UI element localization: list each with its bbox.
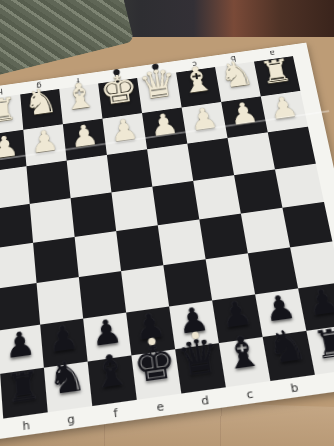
square-e8: ♚	[131, 349, 181, 400]
square-a4	[275, 164, 324, 208]
square-g3	[26, 161, 70, 204]
square-e3	[107, 149, 152, 192]
white-bishop: ♝	[175, 60, 220, 100]
square-g4	[30, 198, 75, 243]
white-pawn: ♟	[102, 109, 147, 151]
square-h8: ♜	[0, 368, 48, 419]
square-b5	[241, 208, 290, 254]
square-f3	[67, 155, 112, 198]
square-c8: ♝	[219, 337, 271, 387]
board-border: hgfedcba 12345678 ♜♞♝♚♛♝♞♜♟♟♟♟♟♟♟♟♟♟♟♟♟♟…	[0, 43, 334, 441]
white-knight: ♞	[20, 82, 62, 123]
scene: hgfedcba 12345678 ♜♞♝♚♛♝♞♜♟♟♟♟♟♟♟♟♟♟♟♟♟♟…	[0, 0, 334, 446]
white-pawn: ♟	[0, 126, 26, 168]
square-c5	[199, 214, 248, 260]
square-f4	[71, 192, 117, 237]
square-a5	[282, 202, 332, 247]
square-h5	[0, 243, 37, 289]
square-b3	[228, 132, 275, 175]
square-e2: ♟	[102, 113, 147, 155]
square-e4	[111, 187, 157, 231]
white-queen: ♛	[136, 64, 180, 104]
white-pawn: ♟	[260, 87, 307, 128]
black-knight: ♞	[43, 352, 91, 402]
board-grid: ♜♞♝♚♛♝♞♜♟♟♟♟♟♟♟♟♟♟♟♟♟♟♟♟♜♞♝♚♛♝♞♜	[0, 56, 334, 418]
square-h3	[0, 166, 30, 209]
square-d8: ♛	[175, 343, 226, 393]
square-d3	[147, 144, 193, 187]
white-pawn: ♟	[141, 103, 186, 145]
white-king: ♚	[97, 69, 141, 109]
square-c4	[193, 175, 241, 219]
square-d5	[158, 219, 206, 265]
white-pawn: ♟	[220, 92, 266, 133]
square-g8: ♞	[44, 362, 92, 413]
square-g5	[33, 237, 79, 283]
white-pawn: ♟	[62, 114, 106, 156]
square-d2: ♟	[142, 108, 187, 150]
square-d4	[152, 181, 199, 225]
square-a3	[268, 127, 316, 170]
chess-board: hgfedcba 12345678 ♜♞♝♚♛♝♞♜♟♟♟♟♟♟♟♟♟♟♟♟♟♟…	[0, 43, 334, 441]
black-queen: ♛	[174, 332, 224, 382]
square-e5	[116, 225, 163, 271]
square-h2: ♟	[0, 130, 26, 172]
white-pawn: ♟	[181, 98, 227, 140]
white-bishop: ♝	[58, 76, 101, 116]
square-c2: ♟	[182, 102, 228, 144]
square-b4	[234, 169, 282, 213]
square-f8: ♝	[88, 355, 137, 406]
square-a2: ♟	[261, 91, 308, 132]
square-h4	[0, 204, 33, 249]
square-f2: ♟	[63, 119, 107, 161]
square-f5	[75, 231, 121, 277]
black-rook: ♜	[0, 361, 47, 412]
white-rook: ♜	[253, 51, 299, 91]
black-king: ♚	[130, 338, 180, 388]
square-g2: ♟	[23, 124, 66, 166]
black-bishop: ♝	[217, 328, 268, 378]
black-bishop: ♝	[87, 346, 136, 396]
white-knight: ♞	[214, 54, 260, 94]
square-b2: ♟	[221, 96, 268, 138]
white-pawn: ♟	[23, 120, 66, 162]
square-c3	[187, 138, 234, 181]
